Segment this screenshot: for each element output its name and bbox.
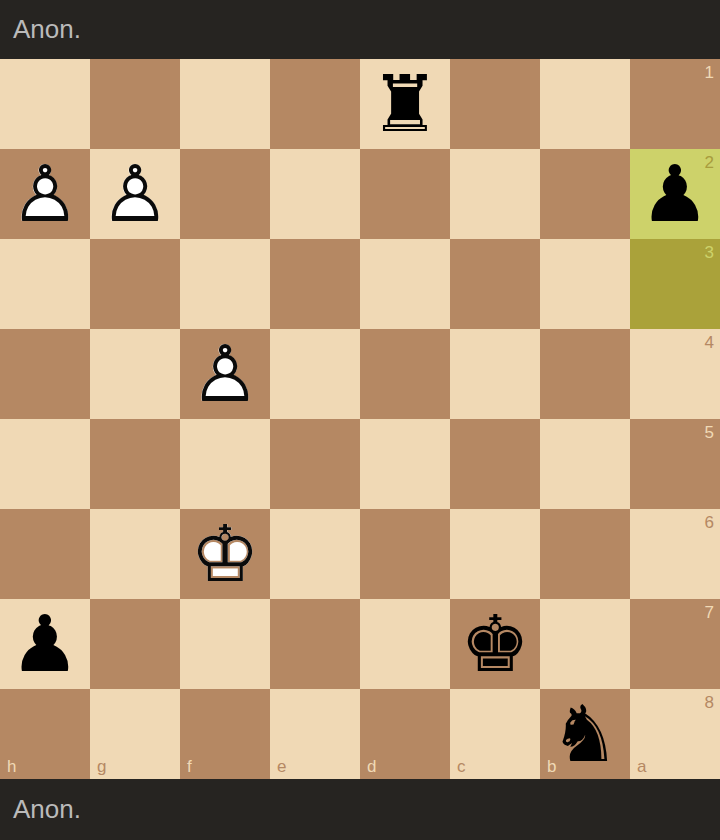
rank-coordinate-4: 4 <box>705 334 714 351</box>
square-a5[interactable]: 5 <box>630 419 720 509</box>
square-e8[interactable]: e <box>270 689 360 779</box>
square-a1[interactable]: 1 <box>630 59 720 149</box>
square-c8[interactable]: c <box>450 689 540 779</box>
square-g7[interactable] <box>90 599 180 689</box>
square-a6[interactable]: 6 <box>630 509 720 599</box>
chess-board: ♜1♟♙♟♙2♟3♟♙45♚♔6♟♚7hgfedcb♞8a <box>0 59 720 779</box>
square-b2[interactable] <box>540 149 630 239</box>
rank-coordinate-7: 7 <box>705 604 714 621</box>
black-rook[interactable]: ♜ <box>360 59 450 149</box>
square-b4[interactable] <box>540 329 630 419</box>
square-d2[interactable] <box>360 149 450 239</box>
file-coordinate-a: a <box>637 758 646 775</box>
square-d3[interactable] <box>360 239 450 329</box>
rank-coordinate-5: 5 <box>705 424 714 441</box>
white-pawn[interactable]: ♟♙ <box>180 329 270 419</box>
square-b3[interactable] <box>540 239 630 329</box>
square-a4[interactable]: 4 <box>630 329 720 419</box>
black-pawn[interactable]: ♟ <box>630 149 720 239</box>
square-d7[interactable] <box>360 599 450 689</box>
square-c5[interactable] <box>450 419 540 509</box>
square-f1[interactable] <box>180 59 270 149</box>
square-g6[interactable] <box>90 509 180 599</box>
square-f4[interactable]: ♟♙ <box>180 329 270 419</box>
square-c2[interactable] <box>450 149 540 239</box>
square-d1[interactable]: ♜ <box>360 59 450 149</box>
square-e4[interactable] <box>270 329 360 419</box>
square-c3[interactable] <box>450 239 540 329</box>
square-e1[interactable] <box>270 59 360 149</box>
square-g3[interactable] <box>90 239 180 329</box>
top-player-bar: Anon. <box>0 0 720 59</box>
square-b1[interactable] <box>540 59 630 149</box>
square-h8[interactable]: h <box>0 689 90 779</box>
square-h2[interactable]: ♟♙ <box>0 149 90 239</box>
square-c7[interactable]: ♚ <box>450 599 540 689</box>
square-f3[interactable] <box>180 239 270 329</box>
square-e6[interactable] <box>270 509 360 599</box>
square-f8[interactable]: f <box>180 689 270 779</box>
file-coordinate-h: h <box>7 758 16 775</box>
white-king[interactable]: ♚♔ <box>180 509 270 599</box>
bottom-player-bar: Anon. <box>0 779 720 840</box>
white-pawn[interactable]: ♟♙ <box>90 149 180 239</box>
square-d4[interactable] <box>360 329 450 419</box>
square-a8[interactable]: 8a <box>630 689 720 779</box>
file-coordinate-d: d <box>367 758 376 775</box>
square-c6[interactable] <box>450 509 540 599</box>
square-g8[interactable]: g <box>90 689 180 779</box>
square-f5[interactable] <box>180 419 270 509</box>
black-pawn[interactable]: ♟ <box>0 599 90 689</box>
bottom-player-name: Anon. <box>13 794 81 825</box>
top-player-name: Anon. <box>13 14 81 45</box>
square-h3[interactable] <box>0 239 90 329</box>
square-f6[interactable]: ♚♔ <box>180 509 270 599</box>
square-a2[interactable]: 2♟ <box>630 149 720 239</box>
square-d6[interactable] <box>360 509 450 599</box>
square-d5[interactable] <box>360 419 450 509</box>
square-g5[interactable] <box>90 419 180 509</box>
square-e7[interactable] <box>270 599 360 689</box>
white-pawn[interactable]: ♟♙ <box>0 149 90 239</box>
file-coordinate-c: c <box>457 758 466 775</box>
rank-coordinate-6: 6 <box>705 514 714 531</box>
square-b6[interactable] <box>540 509 630 599</box>
rank-coordinate-3: 3 <box>705 244 714 261</box>
square-e5[interactable] <box>270 419 360 509</box>
black-king[interactable]: ♚ <box>450 599 540 689</box>
square-h4[interactable] <box>0 329 90 419</box>
square-g1[interactable] <box>90 59 180 149</box>
square-h1[interactable] <box>0 59 90 149</box>
square-e2[interactable] <box>270 149 360 239</box>
square-c1[interactable] <box>450 59 540 149</box>
square-a3[interactable]: 3 <box>630 239 720 329</box>
square-d8[interactable]: d <box>360 689 450 779</box>
square-c4[interactable] <box>450 329 540 419</box>
file-coordinate-f: f <box>187 758 192 775</box>
file-coordinate-g: g <box>97 758 106 775</box>
square-h7[interactable]: ♟ <box>0 599 90 689</box>
square-f7[interactable] <box>180 599 270 689</box>
square-f2[interactable] <box>180 149 270 239</box>
rank-coordinate-8: 8 <box>705 694 714 711</box>
square-g4[interactable] <box>90 329 180 419</box>
square-b7[interactable] <box>540 599 630 689</box>
rank-coordinate-1: 1 <box>705 64 714 81</box>
square-b8[interactable]: b♞ <box>540 689 630 779</box>
square-e3[interactable] <box>270 239 360 329</box>
file-coordinate-e: e <box>277 758 286 775</box>
square-a7[interactable]: 7 <box>630 599 720 689</box>
square-h5[interactable] <box>0 419 90 509</box>
square-b5[interactable] <box>540 419 630 509</box>
black-knight[interactable]: ♞ <box>540 689 630 779</box>
square-h6[interactable] <box>0 509 90 599</box>
square-g2[interactable]: ♟♙ <box>90 149 180 239</box>
